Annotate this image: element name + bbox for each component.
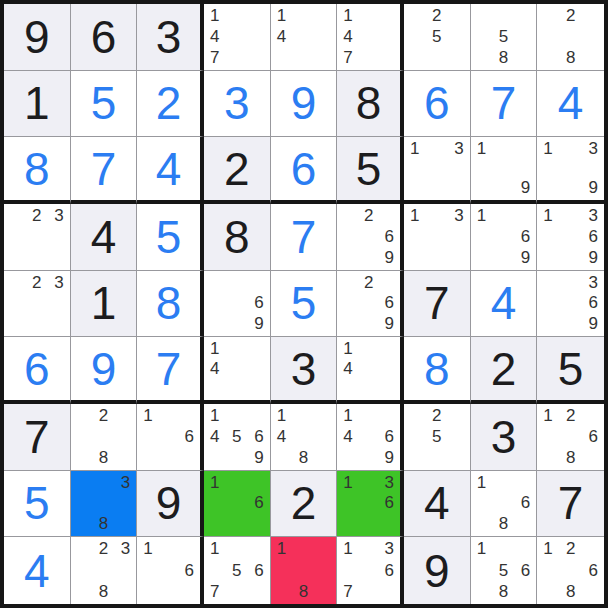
pencil-mark-2: 2: [428, 7, 446, 27]
pencil-mark-8: 8: [295, 446, 313, 466]
cell-r6c3[interactable]: 7: [137, 337, 204, 404]
pencil-mark-1: 1: [477, 140, 495, 159]
pencil-mark-4: [543, 159, 561, 178]
pencil-mark-7: [277, 46, 295, 66]
pencil-mark-1: 1: [477, 474, 495, 494]
pencil-marks: 1567: [204, 537, 270, 604]
cell-r7c5[interactable]: 148: [271, 404, 338, 471]
given-digit: 1: [24, 80, 50, 126]
pencil-mark-6: 6: [377, 560, 394, 580]
pencil-mark-7: [477, 580, 495, 600]
cell-r5c8[interactable]: 4: [471, 271, 538, 338]
cell-r8c1[interactable]: 5: [4, 471, 71, 538]
pencil-marks: 136: [337, 471, 400, 537]
pencil-mark-4: [77, 493, 95, 513]
given-digit: 9: [24, 14, 50, 60]
pencil-mark-1: [543, 274, 561, 294]
pencil-mark-9: 9: [377, 246, 394, 266]
pencil-mark-6: [112, 427, 130, 447]
cell-r2c6[interactable]: 8: [337, 71, 404, 138]
cell-r3c6[interactable]: 5: [337, 137, 404, 204]
pencil-mark-3: [246, 540, 264, 560]
pencil-mark-9: 9: [580, 313, 598, 333]
pencil-mark-1: [477, 7, 495, 27]
pencil-mark-9: [112, 513, 130, 533]
given-digit: 5: [558, 346, 584, 392]
cell-r8c7[interactable]: 4: [404, 471, 471, 538]
pencil-mark-1: 1: [410, 140, 428, 159]
cell-r2c3[interactable]: 2: [137, 71, 204, 138]
pencil-mark-1: 1: [543, 540, 561, 560]
cell-r2c7[interactable]: 6: [404, 71, 471, 138]
cell-r4c4[interactable]: 8: [204, 204, 271, 271]
entered-digit: 6: [424, 80, 450, 126]
pencil-mark-8: [562, 246, 580, 266]
pencil-mark-4: [343, 293, 360, 313]
pencil-mark-7: [477, 177, 495, 196]
cell-r7c9[interactable]: 1268: [537, 404, 604, 471]
cell-r8c3[interactable]: 9: [137, 471, 204, 538]
pencil-mark-2: [228, 340, 246, 359]
cell-r3c3[interactable]: 4: [137, 137, 204, 204]
pencil-mark-5: [562, 293, 580, 313]
pencil-marks: 1268: [537, 537, 604, 604]
pencil-mark-4: 4: [210, 359, 228, 378]
pencil-mark-5: [360, 359, 377, 378]
given-digit: 2: [224, 146, 250, 192]
cell-r4c7[interactable]: 13: [404, 204, 471, 271]
cell-r4c2[interactable]: 4: [71, 204, 138, 271]
pencil-mark-1: 1: [143, 407, 160, 427]
pencil-mark-1: [543, 7, 561, 27]
pencil-mark-7: 7: [343, 580, 360, 600]
pencil-mark-4: [477, 159, 495, 178]
pencil-mark-2: [562, 207, 580, 227]
pencil-marks: 16: [137, 404, 200, 470]
cell-r5c2[interactable]: 1: [71, 271, 138, 338]
pencil-mark-4: [477, 560, 495, 580]
pencil-mark-4: 4: [210, 27, 228, 47]
cell-r7c4[interactable]: 14569: [204, 404, 271, 471]
pencil-mark-7: [543, 177, 561, 196]
pencil-mark-3: 3: [580, 274, 598, 294]
pencil-mark-6: [377, 27, 394, 47]
pencil-mark-7: [343, 313, 360, 333]
entered-digit: 9: [291, 80, 317, 126]
pencil-mark-6: [377, 359, 394, 378]
cell-r7c2[interactable]: 28: [71, 404, 138, 471]
pencil-mark-6: [446, 159, 464, 178]
cell-r7c8[interactable]: 3: [471, 404, 538, 471]
pencil-mark-6: 6: [177, 560, 194, 580]
cell-r4c8[interactable]: 169: [471, 204, 538, 271]
cell-r9c4[interactable]: 1567: [204, 537, 271, 604]
pencil-mark-1: 1: [343, 474, 360, 494]
cell-r7c3[interactable]: 16: [137, 404, 204, 471]
pencil-mark-2: [428, 140, 446, 159]
pencil-mark-5: [228, 293, 246, 313]
cell-r2c5[interactable]: 9: [271, 71, 338, 138]
cell-r5c3[interactable]: 8: [137, 271, 204, 338]
pencil-mark-9: [377, 580, 394, 600]
pencil-mark-7: 7: [343, 46, 360, 66]
cell-r5c5[interactable]: 5: [271, 271, 338, 338]
cell-r7c7[interactable]: 25: [404, 404, 471, 471]
pencil-mark-4: [543, 427, 561, 447]
cell-r8c8[interactable]: 168: [471, 471, 538, 538]
pencil-mark-7: [77, 446, 95, 466]
pencil-marks: 13: [404, 137, 470, 200]
given-digit: 8: [224, 214, 250, 260]
pencil-mark-4: [410, 427, 428, 447]
pencil-mark-9: [112, 446, 130, 466]
entered-digit: 4: [491, 280, 517, 326]
pencil-mark-3: [512, 474, 530, 494]
pencil-mark-6: [446, 227, 464, 247]
pencil-mark-7: [477, 513, 495, 533]
cell-r9c5[interactable]: 18: [271, 537, 338, 604]
pencil-mark-2: [495, 7, 513, 27]
cell-r6c7[interactable]: 8: [404, 337, 471, 404]
pencil-mark-5: [28, 293, 46, 313]
pencil-mark-5: [360, 227, 377, 247]
pencil-mark-6: [312, 560, 330, 580]
pencil-mark-6: [246, 359, 264, 378]
pencil-mark-1: 1: [477, 540, 495, 560]
pencil-mark-6: 6: [512, 493, 530, 513]
pencil-mark-7: [543, 580, 561, 600]
pencil-mark-4: [143, 427, 160, 447]
given-digit: 2: [491, 346, 517, 392]
pencil-mark-2: [228, 540, 246, 560]
cell-r2c2[interactable]: 5: [71, 71, 138, 138]
pencil-mark-1: 1: [543, 407, 561, 427]
cell-r1c4[interactable]: 147: [204, 4, 271, 71]
cell-r5c6[interactable]: 269: [337, 271, 404, 338]
pencil-mark-8: [228, 446, 246, 466]
cell-r9c9[interactable]: 1268: [537, 537, 604, 604]
cell-r4c3[interactable]: 5: [137, 204, 204, 271]
pencil-mark-5: [95, 560, 113, 580]
cell-r6c8[interactable]: 2: [471, 337, 538, 404]
pencil-mark-9: [377, 46, 394, 66]
entered-digit: 9: [91, 346, 117, 392]
pencil-marks: 19: [471, 137, 537, 200]
cell-r8c2[interactable]: 38: [71, 471, 138, 538]
cell-r3c2[interactable]: 7: [71, 137, 138, 204]
pencil-mark-6: 6: [177, 427, 194, 447]
pencil-mark-9: 9: [246, 446, 264, 466]
pencil-mark-6: 6: [377, 493, 394, 513]
cell-r2c4[interactable]: 3: [204, 71, 271, 138]
pencil-mark-5: 5: [228, 560, 246, 580]
given-digit: 6: [91, 14, 117, 60]
pencil-mark-4: [477, 493, 495, 513]
cell-r9c2[interactable]: 238: [71, 537, 138, 604]
pencil-mark-8: [28, 246, 46, 266]
pencil-mark-7: [343, 513, 360, 533]
pencil-mark-6: [512, 27, 530, 47]
pencil-mark-6: 6: [377, 227, 394, 247]
pencil-mark-3: [377, 207, 394, 227]
cell-r8c5[interactable]: 2: [271, 471, 338, 538]
cell-r9c3[interactable]: 16: [137, 537, 204, 604]
cell-r1c3[interactable]: 3: [137, 4, 204, 71]
pencil-mark-4: [543, 560, 561, 580]
pencil-mark-2: 2: [428, 407, 446, 427]
entered-digit: 7: [291, 214, 317, 260]
cell-r6c9[interactable]: 5: [537, 337, 604, 404]
entered-digit: 4: [156, 146, 182, 192]
pencil-mark-6: 6: [246, 493, 264, 513]
pencil-mark-7: [10, 313, 28, 333]
pencil-mark-6: [446, 427, 464, 447]
pencil-mark-1: 1: [477, 207, 495, 227]
cell-r5c9[interactable]: 369: [537, 271, 604, 338]
pencil-marks: 28: [537, 4, 604, 70]
pencil-mark-7: [410, 177, 428, 196]
pencil-mark-4: 4: [343, 427, 360, 447]
cell-r3c8[interactable]: 19: [471, 137, 538, 204]
cell-r8c9[interactable]: 7: [537, 471, 604, 538]
pencil-mark-4: [543, 293, 561, 313]
pencil-mark-7: [543, 246, 561, 266]
pencil-mark-5: [95, 493, 113, 513]
cell-r1c7[interactable]: 25: [404, 4, 471, 71]
pencil-mark-3: [246, 474, 264, 494]
pencil-mark-3: 3: [112, 474, 130, 494]
pencil-mark-9: 9: [512, 246, 530, 266]
cell-r6c4[interactable]: 14: [204, 337, 271, 404]
cell-r6c6[interactable]: 14: [337, 337, 404, 404]
entered-digit: 7: [156, 346, 182, 392]
cell-r8c6[interactable]: 136: [337, 471, 404, 538]
cell-r8c4[interactable]: 16: [204, 471, 271, 538]
pencil-mark-5: [428, 227, 446, 247]
pencil-mark-2: [360, 407, 377, 427]
pencil-mark-3: 3: [580, 140, 598, 159]
pencil-marks: 13: [404, 204, 470, 270]
cell-r7c6[interactable]: 1469: [337, 404, 404, 471]
entered-digit: 6: [24, 346, 50, 392]
pencil-mark-5: 5: [495, 27, 513, 47]
pencil-mark-7: [477, 246, 495, 266]
cell-r4c9[interactable]: 1369: [537, 204, 604, 271]
pencil-mark-1: 1: [410, 207, 428, 227]
entered-digit: 5: [291, 280, 317, 326]
pencil-marks: 1469: [337, 404, 400, 470]
cell-r6c2[interactable]: 9: [71, 337, 138, 404]
pencil-mark-6: [112, 493, 130, 513]
pencil-mark-9: 9: [377, 446, 394, 466]
given-digit: 8: [356, 80, 382, 126]
pencil-mark-5: [495, 159, 513, 178]
pencil-mark-7: [210, 513, 228, 533]
given-digit: 3: [291, 346, 317, 392]
pencil-mark-3: 3: [46, 274, 64, 294]
pencil-marks: 1268: [537, 404, 604, 470]
pencil-mark-3: 3: [46, 207, 64, 227]
pencil-mark-3: [512, 7, 530, 27]
pencil-mark-3: 3: [377, 474, 394, 494]
pencil-mark-8: [428, 46, 446, 66]
pencil-mark-4: [477, 227, 495, 247]
pencil-mark-4: [277, 560, 295, 580]
cell-r3c9[interactable]: 139: [537, 137, 604, 204]
cell-r1c6[interactable]: 147: [337, 4, 404, 71]
pencil-mark-1: [10, 274, 28, 294]
cell-r1c2[interactable]: 6: [71, 4, 138, 71]
pencil-mark-9: [512, 513, 530, 533]
pencil-mark-5: [562, 560, 580, 580]
entered-digit: 8: [156, 280, 182, 326]
cell-r4c5[interactable]: 7: [271, 204, 338, 271]
pencil-mark-8: [228, 580, 246, 600]
cell-r6c1[interactable]: 6: [4, 337, 71, 404]
cell-r5c4[interactable]: 69: [204, 271, 271, 338]
cell-r4c1[interactable]: 23: [4, 204, 71, 271]
pencil-mark-3: [177, 407, 194, 427]
pencil-mark-9: [512, 46, 530, 66]
pencil-mark-7: 7: [210, 580, 228, 600]
pencil-mark-6: [580, 159, 598, 178]
pencil-mark-8: [360, 446, 377, 466]
pencil-mark-7: [77, 513, 95, 533]
pencil-mark-4: [410, 227, 428, 247]
pencil-mark-9: [112, 580, 130, 600]
cell-r1c9[interactable]: 28: [537, 4, 604, 71]
pencil-mark-9: [580, 446, 598, 466]
pencil-mark-2: [295, 407, 313, 427]
cell-r9c7[interactable]: 9: [404, 537, 471, 604]
pencil-mark-6: 6: [580, 427, 598, 447]
pencil-mark-2: 2: [360, 207, 377, 227]
cell-r2c1[interactable]: 1: [4, 71, 71, 138]
cell-r3c7[interactable]: 13: [404, 137, 471, 204]
pencil-mark-9: [446, 446, 464, 466]
pencil-mark-4: 4: [277, 27, 295, 47]
pencil-mark-9: [177, 580, 194, 600]
pencil-mark-8: [228, 377, 246, 396]
pencil-mark-9: [580, 580, 598, 600]
pencil-mark-5: [428, 159, 446, 178]
entered-digit: 7: [491, 80, 517, 126]
pencil-mark-5: [228, 359, 246, 378]
cell-r3c1[interactable]: 8: [4, 137, 71, 204]
pencil-mark-8: [428, 246, 446, 266]
pencil-mark-9: [512, 580, 530, 600]
pencil-mark-4: [10, 293, 28, 313]
pencil-mark-6: 6: [512, 560, 530, 580]
pencil-mark-8: [360, 313, 377, 333]
pencil-mark-9: 9: [512, 177, 530, 196]
pencil-mark-1: 1: [343, 540, 360, 560]
pencil-mark-8: [562, 177, 580, 196]
pencil-mark-2: [295, 540, 313, 560]
pencil-mark-3: [512, 540, 530, 560]
pencil-mark-2: [495, 140, 513, 159]
pencil-mark-7: [210, 313, 228, 333]
pencil-mark-1: 1: [343, 340, 360, 359]
cell-r1c8[interactable]: 58: [471, 4, 538, 71]
pencil-mark-2: 2: [360, 274, 377, 294]
cell-r9c8[interactable]: 1568: [471, 537, 538, 604]
pencil-mark-5: [360, 560, 377, 580]
given-digit: 2: [291, 480, 317, 526]
pencil-mark-5: [160, 427, 177, 447]
pencil-mark-2: 2: [562, 407, 580, 427]
pencil-mark-8: [28, 313, 46, 333]
pencil-mark-8: [295, 46, 313, 66]
pencil-mark-6: [446, 27, 464, 47]
pencil-marks: 14: [337, 337, 400, 400]
cell-r1c1[interactable]: 9: [4, 4, 71, 71]
cell-r6c5[interactable]: 3: [271, 337, 338, 404]
pencil-mark-4: [210, 493, 228, 513]
pencil-mark-5: [495, 227, 513, 247]
pencil-marks: 139: [537, 137, 604, 200]
cell-r5c1[interactable]: 23: [4, 271, 71, 338]
cell-r9c1[interactable]: 4: [4, 537, 71, 604]
pencil-mark-5: 5: [228, 427, 246, 447]
pencil-mark-8: [160, 580, 177, 600]
pencil-mark-5: [562, 159, 580, 178]
pencil-mark-4: 4: [277, 427, 295, 447]
pencil-mark-7: [343, 377, 360, 396]
pencil-marks: 147: [337, 4, 400, 70]
pencil-mark-8: [428, 177, 446, 196]
pencil-marks: 148: [271, 404, 337, 470]
pencil-mark-7: [410, 46, 428, 66]
pencil-mark-6: 6: [246, 560, 264, 580]
pencil-mark-5: [360, 493, 377, 513]
pencil-mark-6: 6: [512, 227, 530, 247]
pencil-mark-7: [343, 246, 360, 266]
pencil-marks: 369: [537, 271, 604, 337]
pencil-mark-1: 1: [277, 7, 295, 27]
pencil-mark-4: [77, 560, 95, 580]
pencil-mark-6: [46, 227, 64, 247]
pencil-mark-4: [477, 27, 495, 47]
pencil-mark-6: 6: [377, 427, 394, 447]
pencil-mark-2: [360, 7, 377, 27]
pencil-marks: 269: [337, 204, 400, 270]
pencil-mark-4: [343, 493, 360, 513]
pencil-mark-2: [160, 540, 177, 560]
cell-r1c5[interactable]: 14: [271, 4, 338, 71]
pencil-mark-8: [428, 446, 446, 466]
cell-r9c6[interactable]: 1367: [337, 537, 404, 604]
pencil-marks: 23: [4, 204, 70, 270]
pencil-marks: 147: [204, 4, 270, 70]
pencil-mark-1: [410, 7, 428, 27]
cell-r4c6[interactable]: 269: [337, 204, 404, 271]
entered-digit: 6: [291, 146, 317, 192]
cell-r3c5[interactable]: 6: [271, 137, 338, 204]
cell-r2c9[interactable]: 4: [537, 71, 604, 138]
pencil-mark-5: [562, 427, 580, 447]
pencil-mark-3: [512, 140, 530, 159]
pencil-mark-1: [210, 274, 228, 294]
cell-r2c8[interactable]: 7: [471, 71, 538, 138]
cell-r7c1[interactable]: 7: [4, 404, 71, 471]
cell-r5c7[interactable]: 7: [404, 271, 471, 338]
pencil-mark-3: 3: [446, 207, 464, 227]
cell-r3c4[interactable]: 2: [204, 137, 271, 204]
pencil-mark-3: [377, 340, 394, 359]
pencil-mark-5: [228, 493, 246, 513]
pencil-mark-3: 3: [377, 540, 394, 560]
